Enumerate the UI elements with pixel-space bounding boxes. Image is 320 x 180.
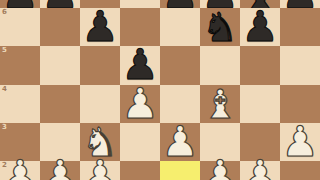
square-d4[interactable]: ♟ xyxy=(120,85,160,123)
square-h7[interactable]: ♟ xyxy=(280,0,320,8)
square-a2[interactable]: 2♟ xyxy=(0,161,40,180)
square-d7[interactable] xyxy=(120,0,160,8)
square-b2[interactable]: ♟ xyxy=(40,161,80,180)
white-pawn-b2[interactable]: ♟ xyxy=(40,155,80,180)
square-c5[interactable] xyxy=(80,46,120,84)
square-a4[interactable]: 4 xyxy=(0,85,40,123)
black-pawn-c6[interactable]: ♟ xyxy=(80,6,120,48)
square-g5[interactable] xyxy=(240,46,280,84)
square-b6[interactable] xyxy=(40,8,80,46)
white-pawn-g2[interactable]: ♟ xyxy=(240,155,280,180)
square-h6[interactable] xyxy=(280,8,320,46)
square-b4[interactable] xyxy=(40,85,80,123)
rank-label-6: 6 xyxy=(2,8,7,17)
square-g2[interactable]: ♟ xyxy=(240,161,280,180)
white-pawn-d4[interactable]: ♟ xyxy=(120,83,160,125)
square-e3[interactable]: ♟ xyxy=(160,123,200,161)
square-c6[interactable]: ♟ xyxy=(80,8,120,46)
square-a5[interactable]: 5 xyxy=(0,46,40,84)
square-a6[interactable]: 6 xyxy=(0,8,40,46)
white-pawn-a2[interactable]: ♟ xyxy=(0,155,40,180)
square-a7[interactable]: ♟ xyxy=(0,0,40,8)
square-f6[interactable]: ♞ xyxy=(200,8,240,46)
chess-board[interactable]: ♟♟♟♟♝♟6♟♞♟5♟4♟♝3♞♟♟2♟♟♟♟♟ xyxy=(0,0,320,180)
square-b5[interactable] xyxy=(40,46,80,84)
white-pawn-h3[interactable]: ♟ xyxy=(280,121,320,163)
square-f4[interactable]: ♝ xyxy=(200,85,240,123)
white-pawn-c2[interactable]: ♟ xyxy=(80,155,120,180)
square-e7[interactable]: ♟ xyxy=(160,0,200,8)
square-g6[interactable]: ♟ xyxy=(240,8,280,46)
square-c2[interactable]: ♟ xyxy=(80,161,120,180)
black-knight-f6[interactable]: ♞ xyxy=(200,7,240,47)
square-d2[interactable] xyxy=(120,161,160,180)
rank-label-5: 5 xyxy=(2,46,7,55)
white-pawn-f2[interactable]: ♟ xyxy=(200,155,240,180)
square-e6[interactable] xyxy=(160,8,200,46)
square-h3[interactable]: ♟ xyxy=(280,123,320,161)
square-c4[interactable] xyxy=(80,85,120,123)
square-h2[interactable] xyxy=(280,161,320,180)
square-f5[interactable] xyxy=(200,46,240,84)
square-e2[interactable] xyxy=(160,161,200,180)
rank-label-4: 4 xyxy=(2,85,7,94)
square-b7[interactable]: ♟ xyxy=(40,0,80,8)
black-pawn-g6[interactable]: ♟ xyxy=(240,6,280,48)
square-d3[interactable] xyxy=(120,123,160,161)
rank-label-3: 3 xyxy=(2,123,7,132)
white-bishop-f4[interactable]: ♝ xyxy=(200,84,240,124)
square-h5[interactable] xyxy=(280,46,320,84)
square-e5[interactable] xyxy=(160,46,200,84)
square-g4[interactable] xyxy=(240,85,280,123)
white-pawn-e3[interactable]: ♟ xyxy=(160,121,200,163)
square-f2[interactable]: ♟ xyxy=(200,161,240,180)
